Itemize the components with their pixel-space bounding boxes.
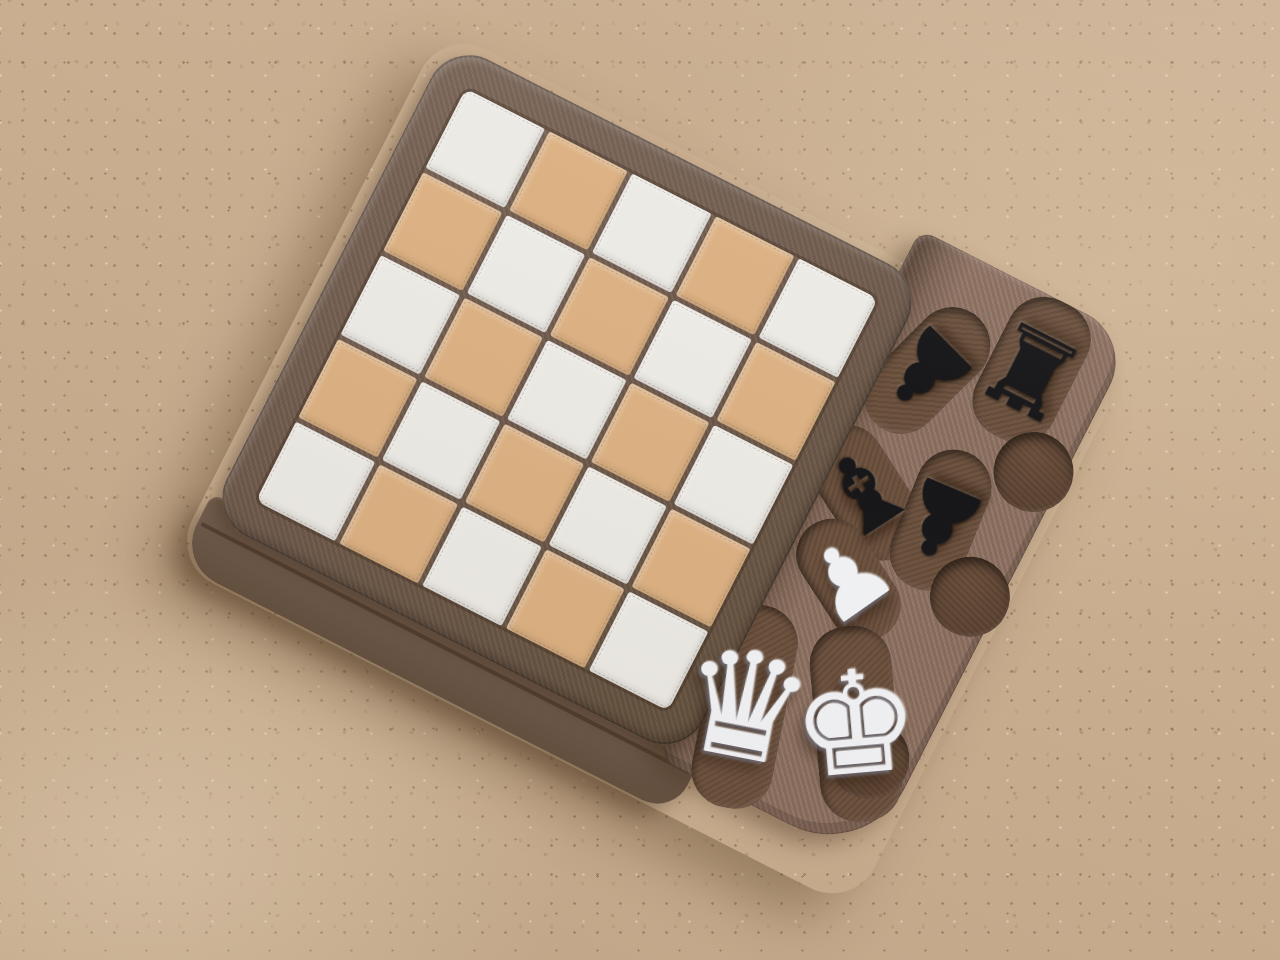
white-king-icon: ♚ <box>773 641 938 806</box>
white-king-piece: ♚ <box>773 641 938 806</box>
fiberboard-surface: ♟ ♜ ♝ ♟ ♟ ♛ ♚ <box>0 0 1280 960</box>
